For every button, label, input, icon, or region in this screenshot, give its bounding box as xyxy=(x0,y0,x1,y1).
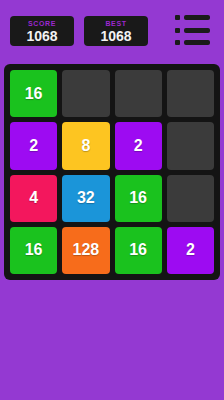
empty-cell xyxy=(167,122,214,169)
empty-cell xyxy=(115,70,162,117)
tile-16: 16 xyxy=(115,227,162,274)
tile-8: 8 xyxy=(62,122,109,169)
score-value: 1068 xyxy=(26,28,57,44)
best-label: BEST xyxy=(105,19,126,28)
tile-2: 2 xyxy=(167,227,214,274)
tile-16: 16 xyxy=(115,175,162,222)
tile-2: 2 xyxy=(10,122,57,169)
empty-cell xyxy=(62,70,109,117)
best-box: BEST 1068 xyxy=(84,16,148,46)
list-menu-icon xyxy=(175,40,211,45)
score-box: SCORE 1068 xyxy=(10,16,74,46)
tile-32: 32 xyxy=(62,175,109,222)
tile-16: 16 xyxy=(10,227,57,274)
game-screen: SCORE 1068 BEST 1068 162824321616128162 xyxy=(0,0,224,400)
tile-4: 4 xyxy=(10,175,57,222)
score-label: SCORE xyxy=(28,19,56,28)
board[interactable]: 162824321616128162 xyxy=(4,64,220,280)
tile-128: 128 xyxy=(62,227,109,274)
list-menu-icon xyxy=(175,15,211,20)
empty-cell xyxy=(167,70,214,117)
menu-button[interactable] xyxy=(175,15,211,45)
list-menu-icon xyxy=(175,28,211,33)
best-value: 1068 xyxy=(100,28,131,44)
empty-cell xyxy=(167,175,214,222)
tile-2: 2 xyxy=(115,122,162,169)
tile-16: 16 xyxy=(10,70,57,117)
